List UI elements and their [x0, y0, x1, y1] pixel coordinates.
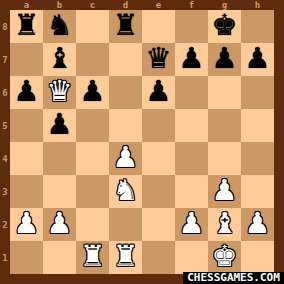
square-f3[interactable]	[175, 175, 208, 208]
square-a3[interactable]	[10, 175, 43, 208]
square-d6[interactable]	[109, 76, 142, 109]
square-c6[interactable]: ♟	[76, 76, 109, 109]
square-c4[interactable]	[76, 142, 109, 175]
square-h5[interactable]	[241, 109, 274, 142]
square-f5[interactable]	[175, 109, 208, 142]
white-pawn: ♟	[212, 174, 238, 207]
square-d5[interactable]	[109, 109, 142, 142]
square-a7[interactable]	[10, 43, 43, 76]
rank-label-5: 5	[0, 109, 10, 142]
square-g2[interactable]: ♝	[208, 208, 241, 241]
white-king: ♚	[212, 240, 238, 273]
square-h4[interactable]	[241, 142, 274, 175]
square-g1[interactable]: ♚	[208, 241, 241, 274]
white-pawn: ♟	[245, 207, 271, 240]
square-d1[interactable]: ♜	[109, 241, 142, 274]
square-b3[interactable]	[43, 175, 76, 208]
white-knight: ♞	[113, 174, 139, 207]
file-label-c: c	[76, 0, 109, 10]
black-pawn: ♟	[14, 75, 40, 108]
black-pawn: ♟	[47, 108, 73, 141]
square-b5[interactable]: ♟	[43, 109, 76, 142]
square-c1[interactable]: ♜	[76, 241, 109, 274]
square-h2[interactable]: ♟	[241, 208, 274, 241]
square-g6[interactable]	[208, 76, 241, 109]
square-h3[interactable]	[241, 175, 274, 208]
square-a5[interactable]	[10, 109, 43, 142]
chess-board-frame: abcdefgh 87654321 ♜♞♜♚♝♛♟♟♟♟♛♟♟♟♟♞♟♟♟♟♝♟…	[0, 0, 284, 284]
square-g4[interactable]	[208, 142, 241, 175]
square-b8[interactable]: ♞	[43, 10, 76, 43]
square-c8[interactable]	[76, 10, 109, 43]
square-f8[interactable]	[175, 10, 208, 43]
square-a8[interactable]: ♜	[10, 10, 43, 43]
square-d3[interactable]: ♞	[109, 175, 142, 208]
square-b4[interactable]	[43, 142, 76, 175]
square-g8[interactable]: ♚	[208, 10, 241, 43]
rank-label-7: 7	[0, 43, 10, 76]
black-rook: ♜	[113, 9, 139, 42]
square-e6[interactable]: ♟	[142, 76, 175, 109]
square-b1[interactable]	[43, 241, 76, 274]
black-rook: ♜	[14, 9, 40, 42]
square-e1[interactable]	[142, 241, 175, 274]
square-e4[interactable]	[142, 142, 175, 175]
square-e8[interactable]	[142, 10, 175, 43]
square-a6[interactable]: ♟	[10, 76, 43, 109]
black-bishop: ♝	[47, 42, 73, 75]
square-e2[interactable]	[142, 208, 175, 241]
white-pawn: ♟	[47, 207, 73, 240]
square-d4[interactable]: ♟	[109, 142, 142, 175]
square-c5[interactable]	[76, 109, 109, 142]
white-rook: ♜	[113, 240, 139, 273]
black-pawn: ♟	[179, 42, 205, 75]
square-c3[interactable]	[76, 175, 109, 208]
white-queen: ♛	[47, 75, 73, 108]
square-c2[interactable]	[76, 208, 109, 241]
square-g3[interactable]: ♟	[208, 175, 241, 208]
file-label-f: f	[175, 0, 208, 10]
chessgames-watermark: CHESSGAMES.COM	[183, 272, 284, 284]
square-d8[interactable]: ♜	[109, 10, 142, 43]
white-pawn: ♟	[14, 207, 40, 240]
square-g5[interactable]	[208, 109, 241, 142]
square-b7[interactable]: ♝	[43, 43, 76, 76]
square-h1[interactable]	[241, 241, 274, 274]
square-e3[interactable]	[142, 175, 175, 208]
square-h8[interactable]	[241, 10, 274, 43]
square-b6[interactable]: ♛	[43, 76, 76, 109]
black-queen: ♛	[146, 42, 172, 75]
white-pawn: ♟	[113, 141, 139, 174]
rank-label-6: 6	[0, 76, 10, 109]
white-pawn: ♟	[179, 207, 205, 240]
square-h6[interactable]	[241, 76, 274, 109]
rank-label-1: 1	[0, 241, 10, 274]
rank-labels: 87654321	[0, 10, 10, 274]
file-label-e: e	[142, 0, 175, 10]
square-f1[interactable]	[175, 241, 208, 274]
square-e7[interactable]: ♛	[142, 43, 175, 76]
square-e5[interactable]	[142, 109, 175, 142]
square-a4[interactable]	[10, 142, 43, 175]
black-pawn: ♟	[146, 75, 172, 108]
square-d7[interactable]	[109, 43, 142, 76]
square-h7[interactable]: ♟	[241, 43, 274, 76]
black-pawn: ♟	[80, 75, 106, 108]
square-f4[interactable]	[175, 142, 208, 175]
white-bishop: ♝	[212, 207, 238, 240]
square-a2[interactable]: ♟	[10, 208, 43, 241]
square-f7[interactable]: ♟	[175, 43, 208, 76]
square-f2[interactable]: ♟	[175, 208, 208, 241]
rank-label-4: 4	[0, 142, 10, 175]
rank-label-8: 8	[0, 10, 10, 43]
black-pawn: ♟	[212, 42, 238, 75]
square-a1[interactable]	[10, 241, 43, 274]
square-d2[interactable]	[109, 208, 142, 241]
black-king: ♚	[212, 9, 238, 42]
rank-label-3: 3	[0, 175, 10, 208]
square-g7[interactable]: ♟	[208, 43, 241, 76]
square-f6[interactable]	[175, 76, 208, 109]
white-rook: ♜	[80, 240, 106, 273]
file-label-h: h	[241, 0, 274, 10]
chess-board: ♜♞♜♚♝♛♟♟♟♟♛♟♟♟♟♞♟♟♟♟♝♟♜♜♚	[10, 10, 274, 274]
black-pawn: ♟	[245, 42, 271, 75]
rank-label-2: 2	[0, 208, 10, 241]
black-knight: ♞	[47, 9, 73, 42]
square-c7[interactable]	[76, 43, 109, 76]
square-b2[interactable]: ♟	[43, 208, 76, 241]
